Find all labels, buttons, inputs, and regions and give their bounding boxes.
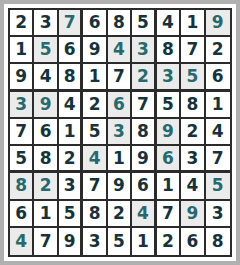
sudoku-cell-r5c4[interactable]: 5 [83,119,107,146]
sudoku-board: 2376854191569438729481723563942675817615… [8,8,232,257]
sudoku-cell-r8c7[interactable]: 7 [157,201,181,228]
sudoku-cell-r9c9[interactable]: 8 [206,228,230,255]
sudoku-cell-r9c8[interactable]: 6 [181,228,205,255]
sudoku-cell-r4c5[interactable]: 6 [108,92,132,119]
sudoku-cell-r3c7[interactable]: 3 [157,64,181,91]
sudoku-cell-r6c8[interactable]: 3 [181,146,205,173]
sudoku-cell-r2c6[interactable]: 3 [132,37,156,64]
sudoku-cell-r2c4[interactable]: 9 [83,37,107,64]
sudoku-cell-r8c4[interactable]: 8 [83,201,107,228]
sudoku-cell-r9c1[interactable]: 4 [10,228,34,255]
sudoku-cell-r3c5[interactable]: 7 [108,64,132,91]
sudoku-cell-r4c8[interactable]: 8 [181,92,205,119]
sudoku-cell-r4c9[interactable]: 1 [206,92,230,119]
sudoku-cell-r2c3[interactable]: 6 [59,37,83,64]
sudoku-cell-r3c8[interactable]: 5 [181,64,205,91]
sudoku-cell-r4c4[interactable]: 2 [83,92,107,119]
sudoku-cell-r5c9[interactable]: 4 [206,119,230,146]
sudoku-cell-r7c8[interactable]: 4 [181,173,205,200]
sudoku-cell-r2c8[interactable]: 7 [181,37,205,64]
sudoku-cell-r6c1[interactable]: 5 [10,146,34,173]
sudoku-cell-r1c5[interactable]: 8 [108,10,132,37]
sudoku-cell-r9c7[interactable]: 2 [157,228,181,255]
sudoku-cell-r8c3[interactable]: 5 [59,201,83,228]
sudoku-cell-r4c6[interactable]: 7 [132,92,156,119]
sudoku-cell-r1c9[interactable]: 9 [206,10,230,37]
sudoku-cell-r1c4[interactable]: 6 [83,10,107,37]
sudoku-cell-r6c6[interactable]: 9 [132,146,156,173]
sudoku-cell-r6c9[interactable]: 7 [206,146,230,173]
sudoku-cell-r7c1[interactable]: 8 [10,173,34,200]
sudoku-cell-r4c1[interactable]: 3 [10,92,34,119]
sudoku-cell-r5c2[interactable]: 6 [34,119,58,146]
sudoku-cell-r5c1[interactable]: 7 [10,119,34,146]
sudoku-cell-r5c7[interactable]: 9 [157,119,181,146]
sudoku-cell-r9c2[interactable]: 7 [34,228,58,255]
sudoku-cell-r9c6[interactable]: 1 [132,228,156,255]
sudoku-cell-r9c5[interactable]: 5 [108,228,132,255]
sudoku-cell-r4c7[interactable]: 5 [157,92,181,119]
sudoku-cell-r2c7[interactable]: 8 [157,37,181,64]
sudoku-cell-r6c7[interactable]: 6 [157,146,181,173]
sudoku-cell-r8c1[interactable]: 6 [10,201,34,228]
sudoku-cell-r2c5[interactable]: 4 [108,37,132,64]
sudoku-cell-r7c6[interactable]: 6 [132,173,156,200]
sudoku-cell-r7c7[interactable]: 1 [157,173,181,200]
sudoku-cell-r6c2[interactable]: 8 [34,146,58,173]
sudoku-cell-r1c1[interactable]: 2 [10,10,34,37]
sudoku-cell-r4c2[interactable]: 9 [34,92,58,119]
sudoku-cell-r1c3[interactable]: 7 [59,10,83,37]
sudoku-cell-r2c9[interactable]: 2 [206,37,230,64]
sudoku-cell-r7c2[interactable]: 2 [34,173,58,200]
sudoku-cell-r8c5[interactable]: 2 [108,201,132,228]
sudoku-cell-r7c5[interactable]: 9 [108,173,132,200]
sudoku-cell-r2c1[interactable]: 1 [10,37,34,64]
sudoku-cell-r1c7[interactable]: 4 [157,10,181,37]
sudoku-cell-r3c6[interactable]: 2 [132,64,156,91]
sudoku-cell-r3c2[interactable]: 4 [34,64,58,91]
sudoku-cell-r9c3[interactable]: 9 [59,228,83,255]
sudoku-cell-r6c4[interactable]: 4 [83,146,107,173]
sudoku-cell-r3c3[interactable]: 8 [59,64,83,91]
sudoku-cell-r5c5[interactable]: 3 [108,119,132,146]
sudoku-cell-r3c9[interactable]: 6 [206,64,230,91]
sudoku-cell-r2c2[interactable]: 5 [34,37,58,64]
sudoku-cell-r6c3[interactable]: 2 [59,146,83,173]
sudoku-cell-r5c8[interactable]: 2 [181,119,205,146]
sudoku-cell-r4c3[interactable]: 4 [59,92,83,119]
sudoku-cell-r9c4[interactable]: 3 [83,228,107,255]
sudoku-cell-r8c2[interactable]: 1 [34,201,58,228]
sudoku-cell-r3c1[interactable]: 9 [10,64,34,91]
sudoku-cell-r8c9[interactable]: 3 [206,201,230,228]
sudoku-cell-r1c6[interactable]: 5 [132,10,156,37]
sudoku-cell-r8c8[interactable]: 9 [181,201,205,228]
sudoku-cell-r3c4[interactable]: 1 [83,64,107,91]
sudoku-cell-r5c3[interactable]: 1 [59,119,83,146]
sudoku-cell-r7c3[interactable]: 3 [59,173,83,200]
sudoku-cell-r1c8[interactable]: 1 [181,10,205,37]
sudoku-cell-r6c5[interactable]: 1 [108,146,132,173]
sudoku-cell-r5c6[interactable]: 8 [132,119,156,146]
sudoku-cell-r1c2[interactable]: 3 [34,10,58,37]
sudoku-cell-r8c6[interactable]: 4 [132,201,156,228]
sudoku-cell-r7c4[interactable]: 7 [83,173,107,200]
board-frame: 2376854191569438729481723563942675817615… [4,4,236,261]
sudoku-cell-r7c9[interactable]: 5 [206,173,230,200]
